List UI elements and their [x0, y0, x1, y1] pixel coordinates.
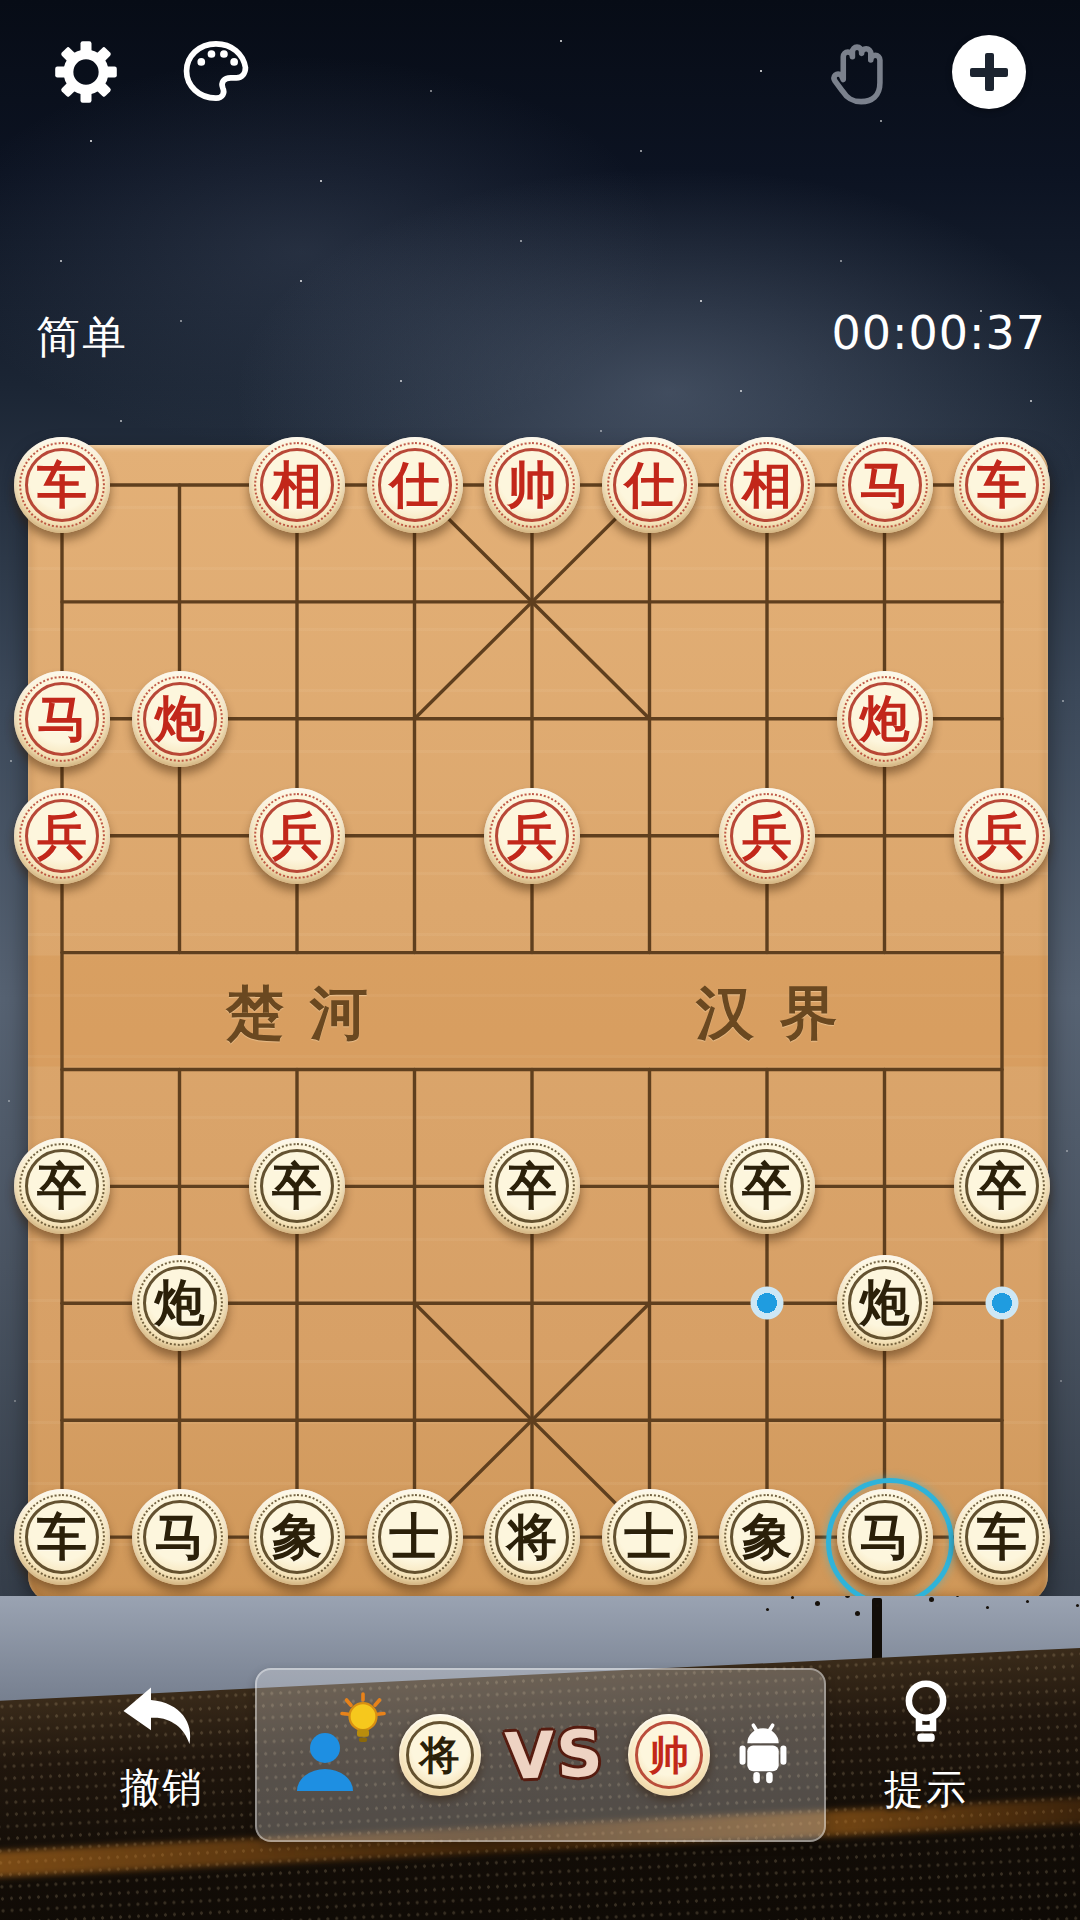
- black-advisor[interactable]: 士: [367, 1489, 463, 1585]
- black-soldier[interactable]: 卒: [719, 1138, 815, 1234]
- piece-character: 相: [272, 460, 322, 510]
- piece-character: 卒: [272, 1161, 322, 1211]
- gear-icon: [53, 39, 119, 109]
- river-label-right: 汉界: [650, 975, 910, 1053]
- red-general-medallion: 帅: [628, 1714, 710, 1796]
- piece-character: 车: [977, 460, 1027, 510]
- red-elephant[interactable]: 相: [719, 437, 815, 533]
- tree-branches: [876, 1604, 879, 1607]
- game-timer: 00:00:37: [831, 306, 1046, 360]
- drag-mode-button[interactable]: [820, 40, 896, 110]
- red-horse[interactable]: 马: [837, 437, 933, 533]
- piece-character: 兵: [977, 811, 1027, 861]
- piece-character: 马: [860, 1512, 910, 1562]
- piece-character: 炮: [155, 694, 205, 744]
- piece-character: 象: [272, 1512, 322, 1562]
- piece-character: 士: [625, 1512, 675, 1562]
- vs-label: VS: [503, 1716, 605, 1793]
- piece-character: 将: [507, 1512, 557, 1562]
- piece-character: 马: [37, 694, 87, 744]
- red-soldier[interactable]: 兵: [14, 788, 110, 884]
- new-game-button[interactable]: [952, 35, 1026, 109]
- piece-character: 车: [37, 1512, 87, 1562]
- undo-button[interactable]: 撤销: [92, 1682, 232, 1815]
- board[interactable]: 楚河 汉界 车相仕帅仕相马车马炮炮兵兵兵兵兵卒卒卒卒卒炮炮车马象士将士象马车: [28, 445, 1048, 1602]
- match-panel: 将 VS 帅: [255, 1668, 826, 1842]
- red-advisor[interactable]: 仕: [367, 437, 463, 533]
- red-cannon[interactable]: 炮: [132, 671, 228, 767]
- red-soldier[interactable]: 兵: [719, 788, 815, 884]
- piece-character: 马: [860, 460, 910, 510]
- black-advisor[interactable]: 士: [602, 1489, 698, 1585]
- piece-character: 马: [155, 1512, 205, 1562]
- undo-arrow-icon: [118, 1682, 206, 1752]
- starfield: [0, 0, 2, 2]
- piece-character: 象: [742, 1512, 792, 1562]
- red-soldier[interactable]: 兵: [484, 788, 580, 884]
- black-general[interactable]: 将: [484, 1489, 580, 1585]
- piece-character: 仕: [625, 460, 675, 510]
- piece-character: 车: [977, 1512, 1027, 1562]
- lightbulb-icon: [898, 1678, 954, 1754]
- hand-icon: [823, 37, 893, 113]
- black-soldier[interactable]: 卒: [484, 1138, 580, 1234]
- piece-character: 卒: [977, 1161, 1027, 1211]
- piece-character: 卒: [37, 1161, 87, 1211]
- idea-bulb-icon: [337, 1691, 389, 1755]
- difficulty-label: 简单: [36, 308, 128, 367]
- black-elephant[interactable]: 象: [249, 1489, 345, 1585]
- hint-label: 提示: [884, 1762, 968, 1817]
- piece-character: 炮: [860, 694, 910, 744]
- black-chariot[interactable]: 车: [954, 1489, 1050, 1585]
- piece-character: 兵: [37, 811, 87, 861]
- piece-character: 相: [742, 460, 792, 510]
- black-soldier[interactable]: 卒: [954, 1138, 1050, 1234]
- black-elephant[interactable]: 象: [719, 1489, 815, 1585]
- red-general[interactable]: 帅: [484, 437, 580, 533]
- red-soldier[interactable]: 兵: [249, 788, 345, 884]
- piece-character: 帅: [507, 460, 557, 510]
- black-soldier[interactable]: 卒: [249, 1138, 345, 1234]
- app-screen: 简单 00:00:37 楚河 汉界 车相仕帅仕相马车马炮炮兵兵兵兵兵卒卒卒卒卒炮…: [0, 0, 1080, 1920]
- red-chariot[interactable]: 车: [954, 437, 1050, 533]
- android-icon: [734, 1720, 792, 1790]
- piece-character: 仕: [390, 460, 440, 510]
- red-advisor[interactable]: 仕: [602, 437, 698, 533]
- red-soldier[interactable]: 兵: [954, 788, 1050, 884]
- theme-button[interactable]: [180, 38, 252, 108]
- piece-character: 兵: [742, 811, 792, 861]
- hint-button[interactable]: 提示: [856, 1678, 996, 1817]
- black-chariot[interactable]: 车: [14, 1489, 110, 1585]
- piece-character: 车: [37, 460, 87, 510]
- black-cannon[interactable]: 炮: [837, 1255, 933, 1351]
- piece-character: 卒: [507, 1161, 557, 1211]
- red-horse[interactable]: 马: [14, 671, 110, 767]
- black-general-medallion: 将: [399, 1714, 481, 1796]
- piece-character: 炮: [860, 1278, 910, 1328]
- settings-button[interactable]: [52, 40, 120, 108]
- player-avatar: [289, 1707, 375, 1803]
- black-horse[interactable]: 马: [132, 1489, 228, 1585]
- piece-character: 卒: [742, 1161, 792, 1211]
- red-elephant[interactable]: 相: [249, 437, 345, 533]
- red-chariot[interactable]: 车: [14, 437, 110, 533]
- river-label-left: 楚河: [180, 975, 440, 1053]
- red-cannon[interactable]: 炮: [837, 671, 933, 767]
- piece-character: 兵: [272, 811, 322, 861]
- piece-character: 兵: [507, 811, 557, 861]
- palette-icon: [182, 39, 250, 107]
- black-soldier[interactable]: 卒: [14, 1138, 110, 1234]
- piece-character: 士: [390, 1512, 440, 1562]
- piece-character: 炮: [155, 1278, 205, 1328]
- black-cannon[interactable]: 炮: [132, 1255, 228, 1351]
- undo-label: 撤销: [120, 1760, 204, 1815]
